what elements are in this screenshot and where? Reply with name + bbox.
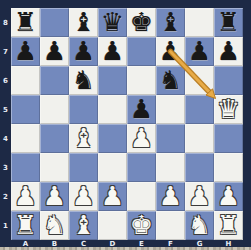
square-g5[interactable] [185, 95, 214, 124]
square-f2[interactable]: ♟ [156, 182, 185, 211]
square-h1[interactable]: ♜ [214, 211, 243, 240]
black-queen[interactable]: ♛ [101, 8, 124, 37]
white-queen[interactable]: ♛ [217, 95, 240, 124]
square-g6[interactable] [185, 66, 214, 95]
square-h2[interactable]: ♟ [214, 182, 243, 211]
rank-label-1: 1 [0, 211, 11, 240]
square-f3[interactable] [156, 153, 185, 182]
white-king[interactable]: ♚ [130, 211, 153, 240]
white-pawn[interactable]: ♟ [14, 182, 37, 211]
square-g4[interactable] [185, 124, 214, 153]
square-b2[interactable]: ♟ [40, 182, 69, 211]
square-g8[interactable] [185, 8, 214, 37]
chess-board: ♜♝♛♚♝♜♟♟♟♟♟♟♟♞♞♟♛♝♟♟♟♟♟♟♟♟♜♞♝♚♞♜ [11, 8, 243, 240]
white-pawn[interactable]: ♟ [43, 182, 66, 211]
black-pawn[interactable]: ♟ [72, 37, 95, 66]
white-rook[interactable]: ♜ [217, 211, 240, 240]
white-bishop[interactable]: ♝ [72, 211, 95, 240]
black-pawn[interactable]: ♟ [14, 37, 37, 66]
square-a4[interactable] [11, 124, 40, 153]
black-rook[interactable]: ♜ [14, 8, 37, 37]
white-pawn[interactable]: ♟ [188, 182, 211, 211]
square-a3[interactable] [11, 153, 40, 182]
white-pawn[interactable]: ♟ [72, 182, 95, 211]
square-e4[interactable]: ♟ [127, 124, 156, 153]
rank-coordinates: 87654321 [0, 8, 11, 240]
square-g1[interactable]: ♞ [185, 211, 214, 240]
square-b7[interactable]: ♟ [40, 37, 69, 66]
rank-label-4: 4 [0, 124, 11, 153]
square-a7[interactable]: ♟ [11, 37, 40, 66]
square-f1[interactable] [156, 211, 185, 240]
black-rook[interactable]: ♜ [217, 8, 240, 37]
square-a5[interactable] [11, 95, 40, 124]
square-a6[interactable] [11, 66, 40, 95]
square-g7[interactable]: ♟ [185, 37, 214, 66]
black-bishop[interactable]: ♝ [72, 8, 95, 37]
square-h7[interactable]: ♟ [214, 37, 243, 66]
black-pawn[interactable]: ♟ [101, 37, 124, 66]
square-e7[interactable] [127, 37, 156, 66]
square-c1[interactable]: ♝ [69, 211, 98, 240]
square-d5[interactable] [98, 95, 127, 124]
square-f7[interactable]: ♟ [156, 37, 185, 66]
square-b4[interactable] [40, 124, 69, 153]
square-h4[interactable] [214, 124, 243, 153]
white-knight[interactable]: ♞ [43, 211, 66, 240]
square-f4[interactable] [156, 124, 185, 153]
square-h6[interactable] [214, 66, 243, 95]
black-pawn[interactable]: ♟ [159, 37, 182, 66]
square-e1[interactable]: ♚ [127, 211, 156, 240]
square-h3[interactable] [214, 153, 243, 182]
black-pawn[interactable]: ♟ [217, 37, 240, 66]
white-pawn[interactable]: ♟ [217, 182, 240, 211]
square-e2[interactable] [127, 182, 156, 211]
square-b1[interactable]: ♞ [40, 211, 69, 240]
white-bishop[interactable]: ♝ [72, 124, 95, 153]
square-d7[interactable]: ♟ [98, 37, 127, 66]
square-h5[interactable]: ♛ [214, 95, 243, 124]
square-g3[interactable] [185, 153, 214, 182]
rank-label-3: 3 [0, 153, 11, 182]
white-pawn[interactable]: ♟ [159, 182, 182, 211]
black-pawn[interactable]: ♟ [188, 37, 211, 66]
square-c6[interactable]: ♞ [69, 66, 98, 95]
square-f6[interactable]: ♞ [156, 66, 185, 95]
square-f5[interactable] [156, 95, 185, 124]
square-c7[interactable]: ♟ [69, 37, 98, 66]
square-b3[interactable] [40, 153, 69, 182]
rank-label-7: 7 [0, 37, 11, 66]
black-pawn[interactable]: ♟ [130, 95, 153, 124]
square-b5[interactable] [40, 95, 69, 124]
chess-board-frame: 87654321 ♜♝♛♚♝♜♟♟♟♟♟♟♟♞♞♟♛♝♟♟♟♟♟♟♟♟♜♞♝♚♞… [0, 0, 251, 250]
white-pawn[interactable]: ♟ [101, 182, 124, 211]
square-b8[interactable] [40, 8, 69, 37]
black-bishop[interactable]: ♝ [159, 8, 182, 37]
white-knight[interactable]: ♞ [188, 211, 211, 240]
square-a1[interactable]: ♜ [11, 211, 40, 240]
white-rook[interactable]: ♜ [14, 211, 37, 240]
square-a8[interactable]: ♜ [11, 8, 40, 37]
square-e6[interactable] [127, 66, 156, 95]
square-e3[interactable] [127, 153, 156, 182]
square-c2[interactable]: ♟ [69, 182, 98, 211]
square-d4[interactable] [98, 124, 127, 153]
square-d1[interactable] [98, 211, 127, 240]
square-d8[interactable]: ♛ [98, 8, 127, 37]
white-pawn[interactable]: ♟ [130, 124, 153, 153]
black-king[interactable]: ♚ [130, 8, 153, 37]
black-pawn[interactable]: ♟ [43, 37, 66, 66]
rank-label-8: 8 [0, 8, 11, 37]
square-c8[interactable]: ♝ [69, 8, 98, 37]
square-c4[interactable]: ♝ [69, 124, 98, 153]
square-d6[interactable] [98, 66, 127, 95]
square-d2[interactable]: ♟ [98, 182, 127, 211]
square-a2[interactable]: ♟ [11, 182, 40, 211]
square-f8[interactable]: ♝ [156, 8, 185, 37]
square-c3[interactable] [69, 153, 98, 182]
black-knight[interactable]: ♞ [72, 66, 95, 95]
square-e8[interactable]: ♚ [127, 8, 156, 37]
square-d3[interactable] [98, 153, 127, 182]
square-b6[interactable] [40, 66, 69, 95]
square-e5[interactable]: ♟ [127, 95, 156, 124]
square-c5[interactable] [69, 95, 98, 124]
rank-label-6: 6 [0, 66, 11, 95]
rank-label-2: 2 [0, 182, 11, 211]
square-g2[interactable]: ♟ [185, 182, 214, 211]
black-knight[interactable]: ♞ [159, 66, 182, 95]
square-h8[interactable]: ♜ [214, 8, 243, 37]
rank-label-5: 5 [0, 95, 11, 124]
